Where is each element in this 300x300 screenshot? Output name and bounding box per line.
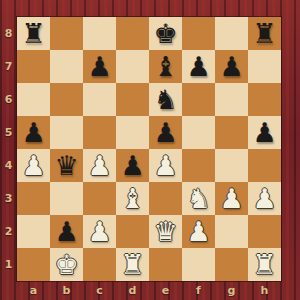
white-pawn-h3[interactable]: ♟ bbox=[248, 182, 281, 215]
square-e6[interactable]: ♞ bbox=[149, 83, 182, 116]
square-g5[interactable] bbox=[215, 116, 248, 149]
white-knight-f3[interactable]: ♞ bbox=[182, 182, 215, 215]
square-f5[interactable] bbox=[182, 116, 215, 149]
square-g1[interactable] bbox=[215, 248, 248, 281]
square-e1[interactable] bbox=[149, 248, 182, 281]
square-e8[interactable]: ♚ bbox=[149, 17, 182, 50]
square-a5[interactable]: ♟ bbox=[17, 116, 50, 149]
rank-label-2: 2 bbox=[0, 215, 17, 248]
white-pawn-c2[interactable]: ♟ bbox=[83, 215, 116, 248]
square-a2[interactable] bbox=[17, 215, 50, 248]
square-c4[interactable]: ♟ bbox=[83, 149, 116, 182]
black-pawn-e5[interactable]: ♟ bbox=[149, 116, 182, 149]
black-pawn-b2[interactable]: ♟ bbox=[50, 215, 83, 248]
square-b5[interactable] bbox=[50, 116, 83, 149]
black-bishop-e7[interactable]: ♝ bbox=[149, 50, 182, 83]
black-pawn-c7[interactable]: ♟ bbox=[83, 50, 116, 83]
square-h4[interactable] bbox=[248, 149, 281, 182]
square-b7[interactable] bbox=[50, 50, 83, 83]
square-h6[interactable] bbox=[248, 83, 281, 116]
square-e3[interactable] bbox=[149, 182, 182, 215]
square-h5[interactable]: ♟ bbox=[248, 116, 281, 149]
square-b1[interactable]: ♚ bbox=[50, 248, 83, 281]
rank-label-8: 8 bbox=[0, 17, 17, 50]
square-g4[interactable] bbox=[215, 149, 248, 182]
square-d8[interactable] bbox=[116, 17, 149, 50]
square-f8[interactable] bbox=[182, 17, 215, 50]
square-f4[interactable] bbox=[182, 149, 215, 182]
square-d4[interactable]: ♟ bbox=[116, 149, 149, 182]
square-c6[interactable] bbox=[83, 83, 116, 116]
square-b6[interactable] bbox=[50, 83, 83, 116]
square-d7[interactable] bbox=[116, 50, 149, 83]
white-bishop-d3[interactable]: ♝ bbox=[116, 182, 149, 215]
square-f7[interactable]: ♟ bbox=[182, 50, 215, 83]
square-h1[interactable]: ♜ bbox=[248, 248, 281, 281]
white-rook-d1[interactable]: ♜ bbox=[116, 248, 149, 281]
square-f3[interactable]: ♞ bbox=[182, 182, 215, 215]
square-a4[interactable]: ♟ bbox=[17, 149, 50, 182]
square-a8[interactable]: ♜ bbox=[17, 17, 50, 50]
white-pawn-a4[interactable]: ♟ bbox=[17, 149, 50, 182]
black-rook-a8[interactable]: ♜ bbox=[17, 17, 50, 50]
black-pawn-f7[interactable]: ♟ bbox=[182, 50, 215, 83]
file-label-e: e bbox=[149, 281, 182, 300]
square-a3[interactable] bbox=[17, 182, 50, 215]
rank-label-7: 7 bbox=[0, 50, 17, 83]
square-a7[interactable] bbox=[17, 50, 50, 83]
file-label-g: g bbox=[215, 281, 248, 300]
square-e2[interactable]: ♛ bbox=[149, 215, 182, 248]
black-rook-h8[interactable]: ♜ bbox=[248, 17, 281, 50]
square-h3[interactable]: ♟ bbox=[248, 182, 281, 215]
black-knight-e6[interactable]: ♞ bbox=[149, 83, 182, 116]
square-c3[interactable] bbox=[83, 182, 116, 215]
white-rook-h1[interactable]: ♜ bbox=[248, 248, 281, 281]
rank-label-1: 1 bbox=[0, 248, 17, 281]
square-a6[interactable] bbox=[17, 83, 50, 116]
file-label-h: h bbox=[248, 281, 281, 300]
file-labels: abcdefgh bbox=[17, 281, 281, 300]
rank-label-6: 6 bbox=[0, 83, 17, 116]
square-g6[interactable] bbox=[215, 83, 248, 116]
black-pawn-g7[interactable]: ♟ bbox=[215, 50, 248, 83]
white-pawn-e4[interactable]: ♟ bbox=[149, 149, 182, 182]
square-d2[interactable] bbox=[116, 215, 149, 248]
square-g2[interactable] bbox=[215, 215, 248, 248]
rank-label-5: 5 bbox=[0, 116, 17, 149]
file-label-d: d bbox=[116, 281, 149, 300]
rank-labels: 87654321 bbox=[0, 17, 17, 281]
square-g8[interactable] bbox=[215, 17, 248, 50]
square-e7[interactable]: ♝ bbox=[149, 50, 182, 83]
square-h2[interactable] bbox=[248, 215, 281, 248]
rank-label-3: 3 bbox=[0, 182, 17, 215]
square-d5[interactable] bbox=[116, 116, 149, 149]
square-e5[interactable]: ♟ bbox=[149, 116, 182, 149]
black-king-e8[interactable]: ♚ bbox=[149, 17, 182, 50]
file-label-f: f bbox=[182, 281, 215, 300]
square-c8[interactable] bbox=[83, 17, 116, 50]
black-pawn-a5[interactable]: ♟ bbox=[17, 116, 50, 149]
square-f2[interactable]: ♟ bbox=[182, 215, 215, 248]
white-pawn-g3[interactable]: ♟ bbox=[215, 182, 248, 215]
file-label-a: a bbox=[17, 281, 50, 300]
black-pawn-h5[interactable]: ♟ bbox=[248, 116, 281, 149]
square-g3[interactable]: ♟ bbox=[215, 182, 248, 215]
square-d6[interactable] bbox=[116, 83, 149, 116]
square-d1[interactable]: ♜ bbox=[116, 248, 149, 281]
chess-board-frame: 87654321 abcdefgh ♜♚♜♟♝♟♟♞♟♟♟♟♛♟♟♟♝♞♟♟♟♟… bbox=[0, 0, 300, 300]
rank-label-4: 4 bbox=[0, 149, 17, 182]
square-c7[interactable]: ♟ bbox=[83, 50, 116, 83]
square-f1[interactable] bbox=[182, 248, 215, 281]
square-b2[interactable]: ♟ bbox=[50, 215, 83, 248]
square-e4[interactable]: ♟ bbox=[149, 149, 182, 182]
file-label-c: c bbox=[83, 281, 116, 300]
white-pawn-c4[interactable]: ♟ bbox=[83, 149, 116, 182]
square-c1[interactable] bbox=[83, 248, 116, 281]
white-queen-e2[interactable]: ♛ bbox=[149, 215, 182, 248]
square-d3[interactable]: ♝ bbox=[116, 182, 149, 215]
black-pawn-d4[interactable]: ♟ bbox=[116, 149, 149, 182]
square-h8[interactable]: ♜ bbox=[248, 17, 281, 50]
white-pawn-f2[interactable]: ♟ bbox=[182, 215, 215, 248]
square-b8[interactable] bbox=[50, 17, 83, 50]
black-queen-b4[interactable]: ♛ bbox=[50, 149, 83, 182]
square-b3[interactable] bbox=[50, 182, 83, 215]
square-g7[interactable]: ♟ bbox=[215, 50, 248, 83]
square-c5[interactable] bbox=[83, 116, 116, 149]
chess-board: ♜♚♜♟♝♟♟♞♟♟♟♟♛♟♟♟♝♞♟♟♟♟♛♟♚♜♜ bbox=[17, 17, 281, 281]
square-f6[interactable] bbox=[182, 83, 215, 116]
white-king-b1[interactable]: ♚ bbox=[50, 248, 83, 281]
square-a1[interactable] bbox=[17, 248, 50, 281]
square-b4[interactable]: ♛ bbox=[50, 149, 83, 182]
square-h7[interactable] bbox=[248, 50, 281, 83]
square-c2[interactable]: ♟ bbox=[83, 215, 116, 248]
file-label-b: b bbox=[50, 281, 83, 300]
